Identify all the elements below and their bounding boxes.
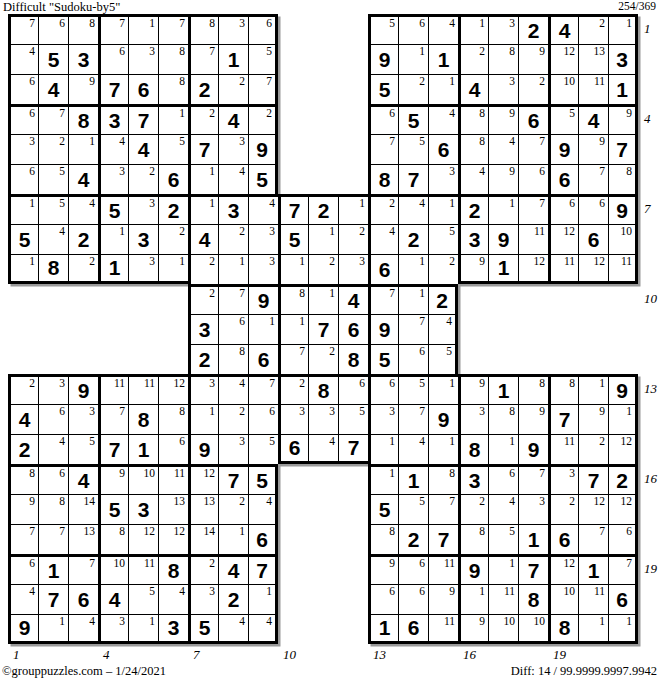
cell-r14c6[interactable]: 8 [158, 404, 188, 434]
cell-r1c13[interactable]: 5 [368, 14, 398, 44]
cell-r14c13[interactable]: 3 [368, 404, 398, 434]
cell-r20c8[interactable]: 2 [218, 584, 248, 614]
cell-r5c3[interactable]: 1 [68, 134, 98, 164]
cell-r13c11[interactable]: 8 [308, 374, 338, 404]
cell-r8c13[interactable]: 4 [368, 224, 398, 254]
cell-r9c1[interactable]: 1 [8, 254, 38, 284]
cell-r18c5[interactable]: 12 [128, 524, 158, 554]
cell-r7c15[interactable]: 1 [428, 194, 458, 224]
cell-r3c7[interactable]: 2 [188, 74, 218, 104]
cell-r7c2[interactable]: 5 [38, 194, 68, 224]
cell-r9c4[interactable]: 1 [98, 254, 128, 284]
cell-r16c6[interactable]: 11 [158, 464, 188, 494]
cell-r14c7[interactable]: 1 [188, 404, 218, 434]
cell-r14c10[interactable]: 3 [278, 404, 308, 434]
cell-r17c17[interactable]: 4 [488, 494, 518, 524]
cell-r6c1[interactable]: 6 [8, 164, 38, 194]
cell-r14c20[interactable]: 9 [578, 404, 608, 434]
cell-r3c8[interactable]: 2 [218, 74, 248, 104]
cell-r17c19[interactable]: 2 [548, 494, 578, 524]
cell-r15c12[interactable]: 7 [338, 434, 368, 464]
cell-r14c12[interactable]: 5 [338, 404, 368, 434]
cell-r5c19[interactable]: 9 [548, 134, 578, 164]
cell-r5c5[interactable]: 4 [128, 134, 158, 164]
cell-r16c13[interactable]: 1 [368, 464, 398, 494]
cell-r15c20[interactable]: 2 [578, 434, 608, 464]
cell-r19c16[interactable]: 9 [458, 554, 488, 584]
cell-r2c19[interactable]: 12 [548, 44, 578, 74]
cell-r3c13[interactable]: 5 [368, 74, 398, 104]
cell-r21c14[interactable]: 6 [398, 614, 428, 644]
cell-r15c2[interactable]: 4 [38, 434, 68, 464]
cell-r1c7[interactable]: 8 [188, 14, 218, 44]
cell-r20c16[interactable]: 1 [458, 584, 488, 614]
cell-r13c16[interactable]: 9 [458, 374, 488, 404]
cell-r6c5[interactable]: 2 [128, 164, 158, 194]
cell-r13c7[interactable]: 3 [188, 374, 218, 404]
cell-r10c8[interactable]: 7 [218, 284, 248, 314]
cell-r16c16[interactable]: 3 [458, 464, 488, 494]
cell-r9c11[interactable]: 2 [308, 254, 338, 284]
cell-r7c19[interactable]: 6 [548, 194, 578, 224]
cell-r4c21[interactable]: 9 [608, 104, 638, 134]
cell-r6c19[interactable]: 6 [548, 164, 578, 194]
cell-r21c21[interactable]: 1 [608, 614, 638, 644]
cell-r4c5[interactable]: 7 [128, 104, 158, 134]
cell-r3c15[interactable]: 1 [428, 74, 458, 104]
cell-r6c6[interactable]: 6 [158, 164, 188, 194]
cell-r6c18[interactable]: 6 [518, 164, 548, 194]
cell-r18c17[interactable]: 5 [488, 524, 518, 554]
cell-r20c13[interactable]: 6 [368, 584, 398, 614]
cell-r1c2[interactable]: 6 [38, 14, 68, 44]
cell-r12c7[interactable]: 2 [188, 344, 218, 374]
cell-r15c15[interactable]: 1 [428, 434, 458, 464]
cell-r8c19[interactable]: 12 [548, 224, 578, 254]
cell-r21c16[interactable]: 9 [458, 614, 488, 644]
cell-r18c8[interactable]: 1 [218, 524, 248, 554]
cell-r3c1[interactable]: 6 [8, 74, 38, 104]
cell-r5c14[interactable]: 5 [398, 134, 428, 164]
cell-r17c7[interactable]: 13 [188, 494, 218, 524]
cell-r20c1[interactable]: 4 [8, 584, 38, 614]
cell-r8c4[interactable]: 1 [98, 224, 128, 254]
cell-r14c2[interactable]: 6 [38, 404, 68, 434]
cell-r14c8[interactable]: 2 [218, 404, 248, 434]
cell-r4c15[interactable]: 4 [428, 104, 458, 134]
cell-r5c8[interactable]: 3 [218, 134, 248, 164]
cell-r21c20[interactable]: 1 [578, 614, 608, 644]
cell-r8c16[interactable]: 3 [458, 224, 488, 254]
cell-r17c1[interactable]: 9 [8, 494, 38, 524]
cell-r17c6[interactable]: 13 [158, 494, 188, 524]
cell-r1c18[interactable]: 2 [518, 14, 548, 44]
cell-r2c16[interactable]: 2 [458, 44, 488, 74]
cell-r10c15[interactable]: 2 [428, 284, 458, 314]
cell-r15c18[interactable]: 9 [518, 434, 548, 464]
cell-r19c17[interactable]: 1 [488, 554, 518, 584]
cell-r14c4[interactable]: 7 [98, 404, 128, 434]
cell-r19c8[interactable]: 4 [218, 554, 248, 584]
cell-r13c18[interactable]: 8 [518, 374, 548, 404]
cell-r13c12[interactable]: 6 [338, 374, 368, 404]
cell-r15c7[interactable]: 9 [188, 434, 218, 464]
cell-r17c8[interactable]: 2 [218, 494, 248, 524]
cell-r19c7[interactable]: 2 [188, 554, 218, 584]
cell-r18c2[interactable]: 7 [38, 524, 68, 554]
cell-r18c6[interactable]: 12 [158, 524, 188, 554]
cell-r20c5[interactable]: 5 [128, 584, 158, 614]
cell-r20c20[interactable]: 11 [578, 584, 608, 614]
cell-r19c18[interactable]: 7 [518, 554, 548, 584]
cell-r1c1[interactable]: 7 [8, 14, 38, 44]
cell-r3c17[interactable]: 3 [488, 74, 518, 104]
cell-r4c6[interactable]: 1 [158, 104, 188, 134]
cell-r1c19[interactable]: 4 [548, 14, 578, 44]
cell-r13c4[interactable]: 11 [98, 374, 128, 404]
cell-r4c8[interactable]: 4 [218, 104, 248, 134]
cell-r21c4[interactable]: 3 [98, 614, 128, 644]
cell-r3c20[interactable]: 11 [578, 74, 608, 104]
cell-r11c14[interactable]: 7 [398, 314, 428, 344]
cell-r1c4[interactable]: 7 [98, 14, 128, 44]
cell-r20c19[interactable]: 10 [548, 584, 578, 614]
cell-r17c13[interactable]: 5 [368, 494, 398, 524]
cell-r3c9[interactable]: 7 [248, 74, 278, 104]
cell-r6c16[interactable]: 4 [458, 164, 488, 194]
cell-r11c9[interactable]: 1 [248, 314, 278, 344]
cell-r20c2[interactable]: 7 [38, 584, 68, 614]
cell-r14c16[interactable]: 3 [458, 404, 488, 434]
cell-r17c4[interactable]: 5 [98, 494, 128, 524]
cell-r4c16[interactable]: 8 [458, 104, 488, 134]
cell-r3c5[interactable]: 6 [128, 74, 158, 104]
cell-r9c2[interactable]: 8 [38, 254, 68, 284]
cell-r2c17[interactable]: 8 [488, 44, 518, 74]
cell-r19c9[interactable]: 7 [248, 554, 278, 584]
cell-r5c13[interactable]: 7 [368, 134, 398, 164]
cell-r7c7[interactable]: 1 [188, 194, 218, 224]
cell-r18c15[interactable]: 7 [428, 524, 458, 554]
cell-r8c11[interactable]: 1 [308, 224, 338, 254]
cell-r2c13[interactable]: 9 [368, 44, 398, 74]
cell-r5c2[interactable]: 2 [38, 134, 68, 164]
cell-r8c9[interactable]: 3 [248, 224, 278, 254]
cell-r8c21[interactable]: 10 [608, 224, 638, 254]
cell-r10c7[interactable]: 2 [188, 284, 218, 314]
cell-r14c17[interactable]: 8 [488, 404, 518, 434]
cell-r15c8[interactable]: 3 [218, 434, 248, 464]
cell-r7c18[interactable]: 7 [518, 194, 548, 224]
cell-r6c8[interactable]: 4 [218, 164, 248, 194]
cell-r21c5[interactable]: 1 [128, 614, 158, 644]
cell-r13c5[interactable]: 11 [128, 374, 158, 404]
cell-r7c20[interactable]: 6 [578, 194, 608, 224]
cell-r12c12[interactable]: 8 [338, 344, 368, 374]
cell-r13c3[interactable]: 9 [68, 374, 98, 404]
cell-r1c14[interactable]: 6 [398, 14, 428, 44]
cell-r17c3[interactable]: 14 [68, 494, 98, 524]
cell-r8c3[interactable]: 2 [68, 224, 98, 254]
cell-r21c15[interactable]: 11 [428, 614, 458, 644]
cell-r14c14[interactable]: 7 [398, 404, 428, 434]
cell-r9c17[interactable]: 1 [488, 254, 518, 284]
cell-r19c5[interactable]: 11 [128, 554, 158, 584]
cell-r19c19[interactable]: 12 [548, 554, 578, 584]
cell-r14c3[interactable]: 3 [68, 404, 98, 434]
cell-r7c11[interactable]: 2 [308, 194, 338, 224]
cell-r1c9[interactable]: 6 [248, 14, 278, 44]
cell-r10c13[interactable]: 7 [368, 284, 398, 314]
cell-r7c3[interactable]: 4 [68, 194, 98, 224]
cell-r7c21[interactable]: 9 [608, 194, 638, 224]
cell-r5c6[interactable]: 5 [158, 134, 188, 164]
cell-r14c11[interactable]: 3 [308, 404, 338, 434]
cell-r15c17[interactable]: 1 [488, 434, 518, 464]
cell-r8c2[interactable]: 4 [38, 224, 68, 254]
cell-r21c6[interactable]: 3 [158, 614, 188, 644]
cell-r9c16[interactable]: 9 [458, 254, 488, 284]
cell-r16c14[interactable]: 1 [398, 464, 428, 494]
cell-r4c20[interactable]: 4 [578, 104, 608, 134]
cell-r14c5[interactable]: 8 [128, 404, 158, 434]
cell-r8c17[interactable]: 9 [488, 224, 518, 254]
cell-r3c2[interactable]: 4 [38, 74, 68, 104]
cell-r2c18[interactable]: 9 [518, 44, 548, 74]
cell-r2c20[interactable]: 13 [578, 44, 608, 74]
cell-r8c14[interactable]: 2 [398, 224, 428, 254]
cell-r13c14[interactable]: 5 [398, 374, 428, 404]
cell-r16c5[interactable]: 10 [128, 464, 158, 494]
cell-r7c4[interactable]: 5 [98, 194, 128, 224]
cell-r9c13[interactable]: 6 [368, 254, 398, 284]
cell-r9c5[interactable]: 3 [128, 254, 158, 284]
cell-r17c20[interactable]: 12 [578, 494, 608, 524]
cell-r17c16[interactable]: 2 [458, 494, 488, 524]
cell-r10c12[interactable]: 4 [338, 284, 368, 314]
cell-r5c18[interactable]: 7 [518, 134, 548, 164]
cell-r1c20[interactable]: 2 [578, 14, 608, 44]
cell-r21c13[interactable]: 1 [368, 614, 398, 644]
cell-r15c9[interactable]: 5 [248, 434, 278, 464]
cell-r17c14[interactable]: 5 [398, 494, 428, 524]
cell-r8c20[interactable]: 6 [578, 224, 608, 254]
cell-r16c1[interactable]: 8 [8, 464, 38, 494]
cell-r17c18[interactable]: 3 [518, 494, 548, 524]
cell-r1c21[interactable]: 1 [608, 14, 638, 44]
cell-r13c2[interactable]: 3 [38, 374, 68, 404]
cell-r15c16[interactable]: 8 [458, 434, 488, 464]
cell-r17c5[interactable]: 3 [128, 494, 158, 524]
cell-r12c10[interactable]: 7 [278, 344, 308, 374]
cell-r1c3[interactable]: 8 [68, 14, 98, 44]
cell-r15c3[interactable]: 5 [68, 434, 98, 464]
cell-r5c21[interactable]: 7 [608, 134, 638, 164]
cell-r11c10[interactable]: 1 [278, 314, 308, 344]
cell-r17c9[interactable]: 4 [248, 494, 278, 524]
cell-r18c1[interactable]: 7 [8, 524, 38, 554]
cell-r17c2[interactable]: 8 [38, 494, 68, 524]
cell-r13c21[interactable]: 9 [608, 374, 638, 404]
cell-r7c16[interactable]: 2 [458, 194, 488, 224]
cell-r9c14[interactable]: 1 [398, 254, 428, 284]
cell-r16c15[interactable]: 8 [428, 464, 458, 494]
cell-r12c8[interactable]: 8 [218, 344, 248, 374]
cell-r18c20[interactable]: 7 [578, 524, 608, 554]
cell-r20c21[interactable]: 6 [608, 584, 638, 614]
cell-r8c1[interactable]: 5 [8, 224, 38, 254]
cell-r1c17[interactable]: 3 [488, 14, 518, 44]
cell-r16c19[interactable]: 3 [548, 464, 578, 494]
cell-r12c11[interactable]: 2 [308, 344, 338, 374]
cell-r19c14[interactable]: 6 [398, 554, 428, 584]
cell-r8c6[interactable]: 2 [158, 224, 188, 254]
cell-r5c7[interactable]: 7 [188, 134, 218, 164]
cell-r12c13[interactable]: 5 [368, 344, 398, 374]
cell-r10c9[interactable]: 9 [248, 284, 278, 314]
cell-r9c20[interactable]: 12 [578, 254, 608, 284]
cell-r16c18[interactable]: 7 [518, 464, 548, 494]
cell-r2c1[interactable]: 4 [8, 44, 38, 74]
cell-r16c21[interactable]: 2 [608, 464, 638, 494]
cell-r18c4[interactable]: 8 [98, 524, 128, 554]
cell-r9c10[interactable]: 1 [278, 254, 308, 284]
cell-r16c9[interactable]: 5 [248, 464, 278, 494]
cell-r7c12[interactable]: 1 [338, 194, 368, 224]
cell-r7c8[interactable]: 3 [218, 194, 248, 224]
cell-r13c19[interactable]: 8 [548, 374, 578, 404]
cell-r9c9[interactable]: 3 [248, 254, 278, 284]
cell-r5c15[interactable]: 6 [428, 134, 458, 164]
cell-r1c15[interactable]: 4 [428, 14, 458, 44]
cell-r7c13[interactable]: 2 [368, 194, 398, 224]
cell-r16c20[interactable]: 7 [578, 464, 608, 494]
cell-r8c12[interactable]: 2 [338, 224, 368, 254]
cell-r21c3[interactable]: 4 [68, 614, 98, 644]
cell-r15c4[interactable]: 7 [98, 434, 128, 464]
cell-r4c9[interactable]: 2 [248, 104, 278, 134]
cell-r13c20[interactable]: 1 [578, 374, 608, 404]
cell-r8c5[interactable]: 3 [128, 224, 158, 254]
cell-r16c7[interactable]: 12 [188, 464, 218, 494]
cell-r3c19[interactable]: 10 [548, 74, 578, 104]
cell-r3c3[interactable]: 9 [68, 74, 98, 104]
cell-r4c3[interactable]: 8 [68, 104, 98, 134]
cell-r14c9[interactable]: 6 [248, 404, 278, 434]
cell-r9c15[interactable]: 2 [428, 254, 458, 284]
cell-r20c6[interactable]: 4 [158, 584, 188, 614]
cell-r9c6[interactable]: 1 [158, 254, 188, 284]
cell-r13c17[interactable]: 1 [488, 374, 518, 404]
cell-r18c3[interactable]: 13 [68, 524, 98, 554]
cell-r7c17[interactable]: 1 [488, 194, 518, 224]
cell-r20c3[interactable]: 6 [68, 584, 98, 614]
cell-r4c2[interactable]: 7 [38, 104, 68, 134]
cell-r9c21[interactable]: 11 [608, 254, 638, 284]
cell-r6c14[interactable]: 7 [398, 164, 428, 194]
cell-r3c18[interactable]: 2 [518, 74, 548, 104]
cell-r6c21[interactable]: 8 [608, 164, 638, 194]
cell-r5c1[interactable]: 3 [8, 134, 38, 164]
cell-r4c18[interactable]: 6 [518, 104, 548, 134]
cell-r13c10[interactable]: 2 [278, 374, 308, 404]
cell-r11c11[interactable]: 7 [308, 314, 338, 344]
cell-r2c2[interactable]: 5 [38, 44, 68, 74]
cell-r7c5[interactable]: 3 [128, 194, 158, 224]
cell-r20c15[interactable]: 9 [428, 584, 458, 614]
cell-r21c2[interactable]: 1 [38, 614, 68, 644]
cell-r12c14[interactable]: 6 [398, 344, 428, 374]
cell-r16c4[interactable]: 9 [98, 464, 128, 494]
cell-r15c6[interactable]: 6 [158, 434, 188, 464]
cell-r3c4[interactable]: 7 [98, 74, 128, 104]
cell-r14c18[interactable]: 9 [518, 404, 548, 434]
cell-r19c20[interactable]: 1 [578, 554, 608, 584]
cell-r8c18[interactable]: 11 [518, 224, 548, 254]
cell-r9c3[interactable]: 2 [68, 254, 98, 284]
cell-r5c16[interactable]: 8 [458, 134, 488, 164]
cell-r13c6[interactable]: 12 [158, 374, 188, 404]
cell-r15c19[interactable]: 11 [548, 434, 578, 464]
cell-r11c13[interactable]: 9 [368, 314, 398, 344]
cell-r18c14[interactable]: 2 [398, 524, 428, 554]
cell-r6c7[interactable]: 1 [188, 164, 218, 194]
cell-r13c1[interactable]: 2 [8, 374, 38, 404]
cell-r1c8[interactable]: 3 [218, 14, 248, 44]
cell-r6c17[interactable]: 9 [488, 164, 518, 194]
cell-r2c15[interactable]: 1 [428, 44, 458, 74]
cell-r20c14[interactable]: 6 [398, 584, 428, 614]
cell-r14c21[interactable]: 1 [608, 404, 638, 434]
cell-r2c8[interactable]: 1 [218, 44, 248, 74]
cell-r10c10[interactable]: 8 [278, 284, 308, 314]
cell-r5c20[interactable]: 9 [578, 134, 608, 164]
cell-r1c6[interactable]: 7 [158, 14, 188, 44]
cell-r12c9[interactable]: 6 [248, 344, 278, 374]
cell-r11c15[interactable]: 4 [428, 314, 458, 344]
cell-r18c21[interactable]: 6 [608, 524, 638, 554]
cell-r20c4[interactable]: 4 [98, 584, 128, 614]
cell-r10c11[interactable]: 1 [308, 284, 338, 314]
cell-r4c1[interactable]: 6 [8, 104, 38, 134]
cell-r1c5[interactable]: 1 [128, 14, 158, 44]
cell-r6c2[interactable]: 5 [38, 164, 68, 194]
cell-r21c8[interactable]: 4 [218, 614, 248, 644]
cell-r1c16[interactable]: 1 [458, 14, 488, 44]
cell-r4c19[interactable]: 5 [548, 104, 578, 134]
cell-r14c1[interactable]: 4 [8, 404, 38, 434]
cell-r2c4[interactable]: 6 [98, 44, 128, 74]
cell-r19c3[interactable]: 7 [68, 554, 98, 584]
cell-r21c7[interactable]: 5 [188, 614, 218, 644]
cell-r14c19[interactable]: 7 [548, 404, 578, 434]
cell-r8c10[interactable]: 5 [278, 224, 308, 254]
cell-r19c13[interactable]: 9 [368, 554, 398, 584]
cell-r6c15[interactable]: 3 [428, 164, 458, 194]
cell-r17c21[interactable]: 12 [608, 494, 638, 524]
cell-r15c1[interactable]: 2 [8, 434, 38, 464]
cell-r16c3[interactable]: 4 [68, 464, 98, 494]
cell-r21c9[interactable]: 4 [248, 614, 278, 644]
cell-r16c8[interactable]: 7 [218, 464, 248, 494]
cell-r7c9[interactable]: 4 [248, 194, 278, 224]
cell-r8c15[interactable]: 5 [428, 224, 458, 254]
cell-r6c3[interactable]: 4 [68, 164, 98, 194]
cell-r15c5[interactable]: 1 [128, 434, 158, 464]
cell-r18c16[interactable]: 8 [458, 524, 488, 554]
cell-r13c8[interactable]: 4 [218, 374, 248, 404]
cell-r20c17[interactable]: 11 [488, 584, 518, 614]
